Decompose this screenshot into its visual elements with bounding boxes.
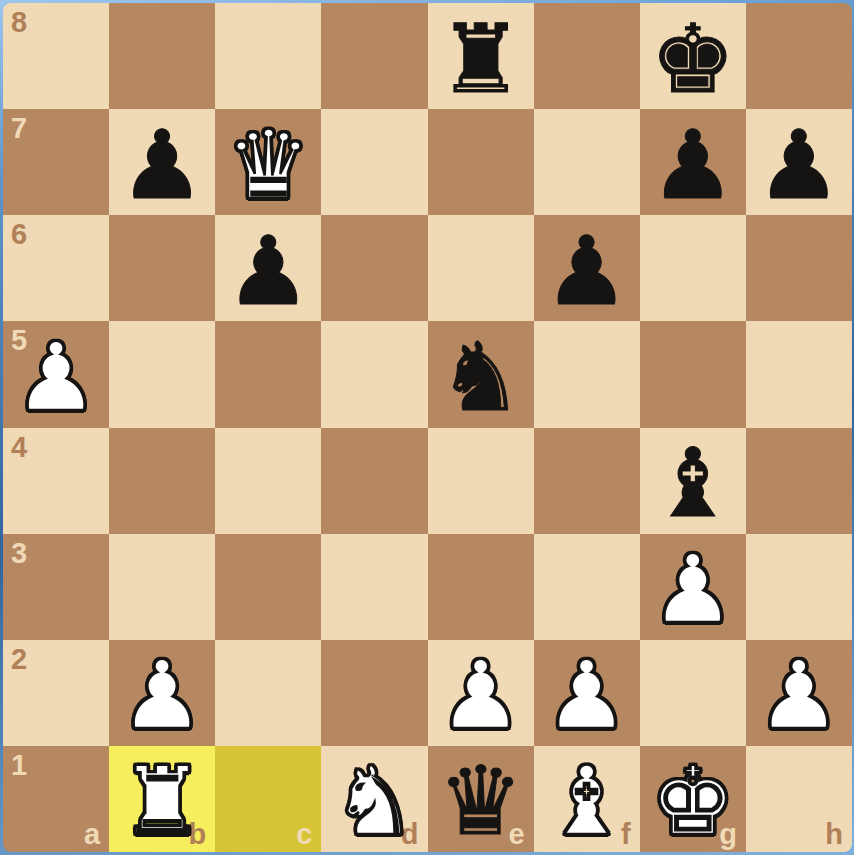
square-e4[interactable] bbox=[428, 428, 534, 534]
square-f4[interactable] bbox=[534, 428, 640, 534]
piece-black-bishop[interactable]: ♝ bbox=[650, 436, 735, 531]
square-g4[interactable]: ♝ bbox=[640, 428, 746, 534]
piece-black-pawn[interactable]: ♟ bbox=[650, 118, 735, 213]
piece-white-queen[interactable]: ♛ bbox=[226, 118, 311, 213]
square-c3[interactable] bbox=[215, 534, 321, 640]
file-label-a: a bbox=[84, 820, 100, 849]
square-h4[interactable] bbox=[746, 428, 852, 534]
square-e6[interactable] bbox=[428, 215, 534, 321]
rank-label-3: 3 bbox=[11, 539, 27, 568]
square-b6[interactable] bbox=[109, 215, 215, 321]
piece-black-knight[interactable]: ♞ bbox=[438, 330, 523, 425]
piece-white-king[interactable]: ♚ bbox=[650, 754, 735, 849]
rank-label-8: 8 bbox=[11, 8, 27, 37]
square-e2[interactable]: ♟ bbox=[428, 640, 534, 746]
square-f8[interactable] bbox=[534, 3, 640, 109]
square-h3[interactable] bbox=[746, 534, 852, 640]
square-h5[interactable] bbox=[746, 321, 852, 427]
piece-white-pawn[interactable]: ♟ bbox=[756, 648, 841, 743]
square-f1[interactable]: f♝ bbox=[534, 746, 640, 852]
square-h6[interactable] bbox=[746, 215, 852, 321]
square-e3[interactable] bbox=[428, 534, 534, 640]
square-f7[interactable] bbox=[534, 109, 640, 215]
rank-label-4: 4 bbox=[11, 433, 27, 462]
square-b4[interactable] bbox=[109, 428, 215, 534]
square-b5[interactable] bbox=[109, 321, 215, 427]
piece-white-pawn[interactable]: ♟ bbox=[544, 648, 629, 743]
rank-label-6: 6 bbox=[11, 220, 27, 249]
square-d5[interactable] bbox=[321, 321, 427, 427]
piece-white-bishop[interactable]: ♝ bbox=[544, 754, 629, 849]
square-b2[interactable]: ♟ bbox=[109, 640, 215, 746]
square-g6[interactable] bbox=[640, 215, 746, 321]
square-d8[interactable] bbox=[321, 3, 427, 109]
square-g8[interactable]: ♚ bbox=[640, 3, 746, 109]
rank-label-7: 7 bbox=[11, 114, 27, 143]
file-label-c: c bbox=[296, 820, 312, 849]
square-f6[interactable]: ♟ bbox=[534, 215, 640, 321]
square-d7[interactable] bbox=[321, 109, 427, 215]
square-d3[interactable] bbox=[321, 534, 427, 640]
piece-white-rook[interactable]: ♜ bbox=[120, 754, 205, 849]
square-b7[interactable]: ♟ bbox=[109, 109, 215, 215]
piece-black-pawn[interactable]: ♟ bbox=[544, 224, 629, 319]
rank-label-1: 1 bbox=[11, 751, 27, 780]
square-b1[interactable]: b♜ bbox=[109, 746, 215, 852]
square-g7[interactable]: ♟ bbox=[640, 109, 746, 215]
square-d1[interactable]: d♞ bbox=[321, 746, 427, 852]
square-d6[interactable] bbox=[321, 215, 427, 321]
square-h2[interactable]: ♟ bbox=[746, 640, 852, 746]
square-b8[interactable] bbox=[109, 3, 215, 109]
square-g5[interactable] bbox=[640, 321, 746, 427]
square-a2[interactable]: 2 bbox=[3, 640, 109, 746]
square-c2[interactable] bbox=[215, 640, 321, 746]
square-c6[interactable]: ♟ bbox=[215, 215, 321, 321]
square-f5[interactable] bbox=[534, 321, 640, 427]
square-e5[interactable]: ♞ bbox=[428, 321, 534, 427]
piece-black-queen[interactable]: ♛ bbox=[438, 754, 523, 849]
piece-white-knight[interactable]: ♞ bbox=[332, 754, 417, 849]
rank-label-2: 2 bbox=[11, 645, 27, 674]
square-d4[interactable] bbox=[321, 428, 427, 534]
square-g1[interactable]: g♚ bbox=[640, 746, 746, 852]
square-c4[interactable] bbox=[215, 428, 321, 534]
square-a1[interactable]: 1a bbox=[3, 746, 109, 852]
square-a3[interactable]: 3 bbox=[3, 534, 109, 640]
square-g3[interactable]: ♟ bbox=[640, 534, 746, 640]
chess-board: 8♜♚7♟♛♟♟6♟♟5♟♞4♝3♟2♟♟♟♟1ab♜cd♞e♛f♝g♚h bbox=[3, 3, 852, 852]
square-e1[interactable]: e♛ bbox=[428, 746, 534, 852]
file-label-h: h bbox=[825, 820, 843, 849]
square-e8[interactable]: ♜ bbox=[428, 3, 534, 109]
piece-black-pawn[interactable]: ♟ bbox=[120, 118, 205, 213]
square-a5[interactable]: 5♟ bbox=[3, 321, 109, 427]
square-h1[interactable]: h bbox=[746, 746, 852, 852]
piece-white-pawn[interactable]: ♟ bbox=[438, 648, 523, 743]
square-f3[interactable] bbox=[534, 534, 640, 640]
piece-black-pawn[interactable]: ♟ bbox=[226, 224, 311, 319]
square-a7[interactable]: 7 bbox=[3, 109, 109, 215]
square-b3[interactable] bbox=[109, 534, 215, 640]
piece-white-pawn[interactable]: ♟ bbox=[13, 330, 98, 425]
square-d2[interactable] bbox=[321, 640, 427, 746]
square-f2[interactable]: ♟ bbox=[534, 640, 640, 746]
piece-black-pawn[interactable]: ♟ bbox=[756, 118, 841, 213]
square-a8[interactable]: 8 bbox=[3, 3, 109, 109]
piece-black-rook[interactable]: ♜ bbox=[438, 12, 523, 107]
square-c7[interactable]: ♛ bbox=[215, 109, 321, 215]
square-a4[interactable]: 4 bbox=[3, 428, 109, 534]
square-h8[interactable] bbox=[746, 3, 852, 109]
square-c5[interactable] bbox=[215, 321, 321, 427]
square-c1[interactable]: c bbox=[215, 746, 321, 852]
square-c8[interactable] bbox=[215, 3, 321, 109]
piece-white-pawn[interactable]: ♟ bbox=[120, 648, 205, 743]
piece-black-king[interactable]: ♚ bbox=[650, 12, 735, 107]
square-g2[interactable] bbox=[640, 640, 746, 746]
piece-white-pawn[interactable]: ♟ bbox=[650, 542, 735, 637]
square-a6[interactable]: 6 bbox=[3, 215, 109, 321]
square-h7[interactable]: ♟ bbox=[746, 109, 852, 215]
square-e7[interactable] bbox=[428, 109, 534, 215]
